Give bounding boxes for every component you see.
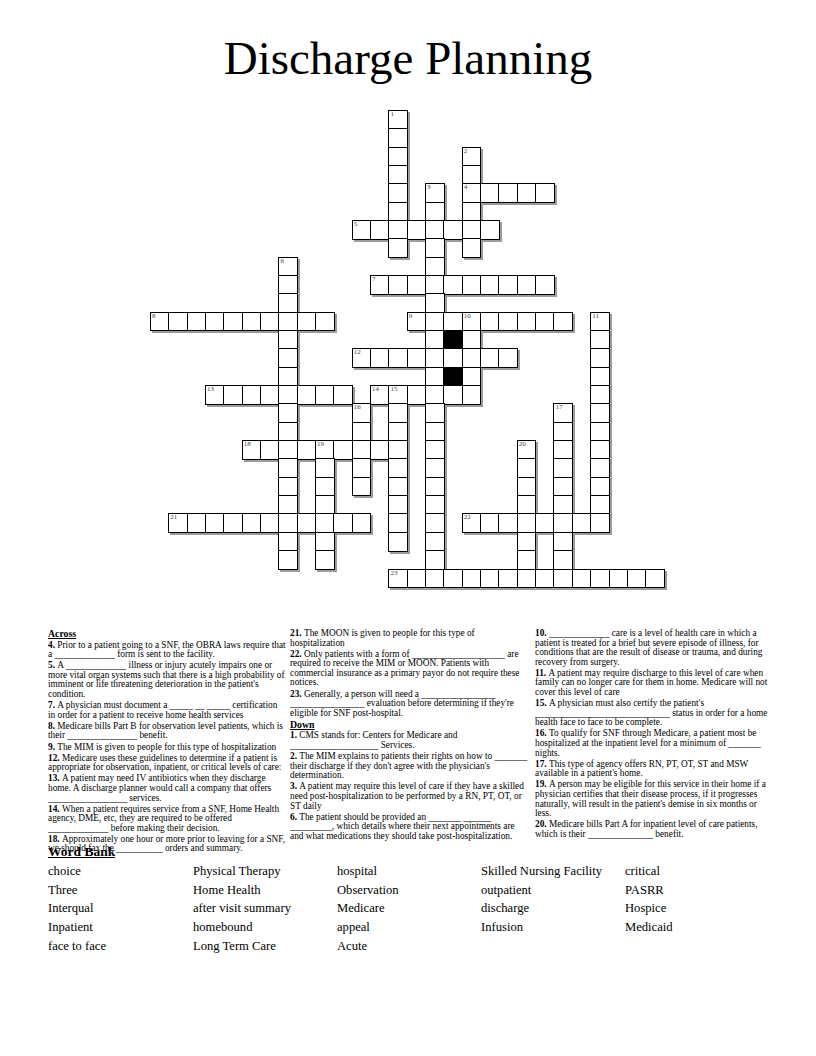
grid-cell[interactable] bbox=[278, 422, 298, 442]
clue-23: 23. Generally, a person will need a ____… bbox=[290, 690, 528, 719]
grid-cell[interactable] bbox=[517, 532, 537, 552]
grid-cell[interactable] bbox=[590, 495, 610, 515]
grid-cell[interactable] bbox=[462, 202, 482, 222]
grid-cell[interactable] bbox=[278, 293, 298, 313]
grid-cell[interactable] bbox=[590, 513, 610, 533]
grid-cell[interactable] bbox=[590, 367, 610, 387]
grid-cell[interactable]: 17 bbox=[553, 403, 573, 423]
grid-cell[interactable] bbox=[223, 513, 243, 533]
clue-5: 5. A _____________ illness or injury acu… bbox=[48, 661, 286, 699]
grid-cell[interactable] bbox=[480, 312, 500, 332]
clue-number-label: 5 bbox=[354, 220, 358, 228]
grid-cell[interactable] bbox=[553, 477, 573, 497]
clue-17: 17. This type of agency offers RN, PT, O… bbox=[535, 760, 773, 779]
grid-cell[interactable] bbox=[480, 220, 500, 240]
grid-cell[interactable] bbox=[553, 495, 573, 515]
clue-22: 22. Only patients with a form of _______… bbox=[290, 650, 528, 688]
down-header: Down bbox=[290, 720, 528, 730]
grid-cell[interactable] bbox=[425, 348, 445, 368]
black-cell bbox=[443, 367, 463, 387]
word-bank-word: Skilled Nursing Facility bbox=[481, 862, 625, 881]
grid-cell[interactable] bbox=[168, 312, 188, 332]
grid-cell[interactable] bbox=[388, 422, 408, 442]
clue-15: 15. A physician must also certify the pa… bbox=[535, 699, 773, 728]
grid-cell[interactable] bbox=[517, 495, 537, 515]
grid-cell[interactable] bbox=[278, 403, 298, 423]
clue-9: 9. The MIM is given to people for this t… bbox=[48, 743, 286, 753]
grid-cell[interactable] bbox=[425, 367, 445, 387]
clue-3: 3. A patient may require this level of c… bbox=[290, 782, 528, 811]
grid-cell[interactable] bbox=[553, 422, 573, 442]
grid-cell[interactable] bbox=[498, 183, 518, 203]
grid-cell[interactable] bbox=[480, 513, 500, 533]
grid-cell[interactable] bbox=[297, 513, 317, 533]
grid-cell[interactable] bbox=[407, 569, 427, 589]
clue-number-label: 1 bbox=[390, 110, 394, 118]
clue-10: 10. _____________ care is a level of hea… bbox=[535, 629, 773, 667]
grid-cell[interactable] bbox=[388, 147, 408, 167]
grid-cell[interactable] bbox=[498, 275, 518, 295]
grid-cell[interactable]: 20 bbox=[517, 440, 537, 460]
clue-number-label: 11 bbox=[592, 312, 599, 320]
grid-cell[interactable]: 7 bbox=[370, 275, 390, 295]
grid-cell[interactable] bbox=[425, 257, 445, 277]
grid-cell[interactable] bbox=[223, 385, 243, 405]
clue-number-label: 2 bbox=[464, 147, 468, 155]
grid-cell[interactable]: 21 bbox=[168, 513, 188, 533]
grid-cell[interactable] bbox=[517, 458, 537, 478]
grid-cell[interactable] bbox=[425, 422, 445, 442]
grid-cell[interactable] bbox=[407, 385, 427, 405]
grid-cell[interactable] bbox=[315, 477, 335, 497]
page: { "title": "Discharge Planning", "game":… bbox=[0, 0, 816, 1056]
grid-cell[interactable] bbox=[315, 495, 335, 515]
grid-cell[interactable] bbox=[278, 458, 298, 478]
grid-cell[interactable] bbox=[388, 202, 408, 222]
grid-cell[interactable] bbox=[462, 330, 482, 350]
grid-cell[interactable] bbox=[388, 183, 408, 203]
grid-cell[interactable] bbox=[278, 440, 298, 460]
grid-cell[interactable]: 11 bbox=[590, 312, 610, 332]
grid-cell[interactable] bbox=[407, 348, 427, 368]
grid-cell[interactable] bbox=[370, 220, 390, 240]
grid-cell[interactable] bbox=[498, 348, 518, 368]
word-bank-column: hospitalObservationMedicareappealAcute bbox=[337, 862, 481, 955]
word-bank-word: Three bbox=[48, 881, 193, 900]
grid-cell[interactable] bbox=[388, 477, 408, 497]
grid-cell[interactable]: 6 bbox=[278, 257, 298, 277]
grid-cell[interactable] bbox=[297, 440, 317, 460]
grid-cell[interactable] bbox=[333, 513, 353, 533]
grid-cell[interactable] bbox=[517, 513, 537, 533]
grid-cell[interactable] bbox=[590, 477, 610, 497]
word-bank-word: Interqual bbox=[48, 899, 193, 918]
word-bank-word: choice bbox=[48, 862, 193, 881]
grid-cell[interactable] bbox=[590, 403, 610, 423]
clue-6: 6. The patient should be provided an ___… bbox=[290, 813, 528, 842]
grid-cell[interactable] bbox=[315, 513, 335, 533]
grid-cell[interactable]: 5 bbox=[352, 220, 372, 240]
grid-cell[interactable] bbox=[425, 330, 445, 350]
grid-cell[interactable] bbox=[370, 440, 390, 460]
black-cell bbox=[443, 330, 463, 350]
clue-13: 13. A patient may need IV antibiotics wh… bbox=[48, 774, 286, 803]
clue-12: 12. Medicare uses these guidelines to de… bbox=[48, 754, 286, 773]
grid-cell[interactable]: 2 bbox=[462, 147, 482, 167]
clue-number-label: 20 bbox=[519, 440, 526, 448]
word-bank-word: face to face bbox=[48, 937, 193, 956]
grid-cell[interactable] bbox=[388, 495, 408, 515]
word-bank-word: Acute bbox=[337, 937, 481, 956]
grid-cell[interactable] bbox=[187, 312, 207, 332]
grid-cell[interactable] bbox=[462, 238, 482, 258]
grid-cell[interactable] bbox=[535, 183, 555, 203]
word-bank-word: Hospice bbox=[625, 899, 673, 918]
grid-cell[interactable] bbox=[278, 348, 298, 368]
grid-cell[interactable] bbox=[297, 385, 317, 405]
grid-cell[interactable]: 12 bbox=[352, 348, 372, 368]
grid-cell[interactable] bbox=[388, 275, 408, 295]
grid-cell[interactable] bbox=[425, 238, 445, 258]
clue-20: 20. Medicare bills Part A for inpatient … bbox=[535, 820, 773, 839]
grid-cell[interactable] bbox=[590, 422, 610, 442]
clue-column-3: 10. _____________ care is a level of hea… bbox=[535, 629, 773, 841]
grid-cell[interactable] bbox=[535, 569, 555, 589]
clue-16: 16. To qualify for SNF through Medicare,… bbox=[535, 729, 773, 758]
grid-cell[interactable] bbox=[443, 385, 463, 405]
grid-cell[interactable] bbox=[462, 220, 482, 240]
clue-column-2: 21. The MOON is given to people for this… bbox=[290, 629, 528, 843]
word-bank-word: critical bbox=[625, 862, 673, 881]
grid-cell[interactable] bbox=[425, 293, 445, 313]
grid-cell[interactable] bbox=[498, 312, 518, 332]
across-header: Across bbox=[48, 629, 286, 639]
grid-cell[interactable] bbox=[480, 275, 500, 295]
grid-cell[interactable] bbox=[480, 183, 500, 203]
grid-cell[interactable]: 4 bbox=[462, 183, 482, 203]
grid-cell[interactable] bbox=[498, 513, 518, 533]
grid-cell[interactable] bbox=[315, 312, 335, 332]
grid-cell[interactable] bbox=[187, 513, 207, 533]
clue-number-label: 7 bbox=[372, 275, 376, 283]
grid-cell[interactable] bbox=[535, 513, 555, 533]
grid-cell[interactable] bbox=[553, 569, 573, 589]
grid-cell[interactable] bbox=[278, 495, 298, 515]
grid-cell[interactable] bbox=[242, 312, 262, 332]
grid-cell[interactable]: 3 bbox=[425, 183, 445, 203]
grid-cell[interactable] bbox=[553, 458, 573, 478]
grid-cell[interactable] bbox=[425, 458, 445, 478]
word-bank-column: Physical TherapyHome Healthafter visit s… bbox=[193, 862, 337, 955]
clue-number-label: 12 bbox=[354, 348, 361, 356]
grid-cell[interactable] bbox=[388, 165, 408, 185]
grid-cell[interactable] bbox=[590, 458, 610, 478]
clue-11: 11. A patient may require discharge to t… bbox=[535, 669, 773, 698]
grid-cell[interactable] bbox=[627, 569, 647, 589]
grid-cell[interactable] bbox=[278, 275, 298, 295]
grid-cell[interactable] bbox=[425, 569, 445, 589]
grid-cell[interactable] bbox=[260, 385, 280, 405]
clue-number-label: 8 bbox=[152, 312, 156, 320]
grid-cell[interactable] bbox=[388, 220, 408, 240]
grid-cell[interactable] bbox=[297, 312, 317, 332]
grid-cell[interactable] bbox=[443, 312, 463, 332]
grid-cell[interactable] bbox=[425, 385, 445, 405]
clue-number-label: 9 bbox=[409, 312, 413, 320]
word-bank-word: outpatient bbox=[481, 881, 625, 900]
grid-cell[interactable] bbox=[425, 275, 445, 295]
clue-7: 7. A physician must document a _____ __ … bbox=[48, 701, 286, 720]
clue-number-label: 6 bbox=[280, 257, 284, 265]
clue-number-label: 19 bbox=[317, 440, 324, 448]
word-bank-word: Medicare bbox=[337, 899, 481, 918]
word-bank-word: PASRR bbox=[625, 881, 673, 900]
grid-cell[interactable] bbox=[425, 477, 445, 497]
grid-cell[interactable] bbox=[388, 532, 408, 552]
grid-cell[interactable] bbox=[498, 569, 518, 589]
grid-cell[interactable] bbox=[480, 569, 500, 589]
grid-cell[interactable] bbox=[645, 569, 665, 589]
grid-cell[interactable] bbox=[590, 385, 610, 405]
grid-cell[interactable] bbox=[425, 513, 445, 533]
grid-cell[interactable] bbox=[590, 440, 610, 460]
grid-cell[interactable] bbox=[517, 477, 537, 497]
grid-cell[interactable] bbox=[260, 440, 280, 460]
grid-cell[interactable] bbox=[590, 330, 610, 350]
word-bank-column: choiceThreeInterqualInpatientface to fac… bbox=[48, 862, 193, 955]
clue-number-label: 22 bbox=[464, 513, 471, 521]
grid-cell[interactable] bbox=[278, 330, 298, 350]
grid-cell[interactable]: 10 bbox=[462, 312, 482, 332]
grid-cell[interactable]: 15 bbox=[388, 385, 408, 405]
grid-cell[interactable] bbox=[352, 458, 372, 478]
grid-cell[interactable] bbox=[517, 183, 537, 203]
grid-cell[interactable] bbox=[553, 513, 573, 533]
grid-cell[interactable] bbox=[535, 312, 555, 332]
grid-cell[interactable]: 13 bbox=[205, 385, 225, 405]
grid-cell[interactable] bbox=[425, 532, 445, 552]
clue-19: 19. A person may be eligible for this se… bbox=[535, 780, 773, 818]
grid-cell[interactable]: 16 bbox=[352, 403, 372, 423]
word-bank-word: appeal bbox=[337, 918, 481, 937]
grid-cell[interactable] bbox=[388, 128, 408, 148]
word-bank-columns: choiceThreeInterqualInpatientface to fac… bbox=[48, 862, 788, 955]
grid-cell[interactable] bbox=[388, 348, 408, 368]
grid-cell[interactable] bbox=[425, 312, 445, 332]
clue-8: 8. Medicare bills Part B for observation… bbox=[48, 722, 286, 741]
grid-cell[interactable]: 19 bbox=[315, 440, 335, 460]
grid-cell[interactable] bbox=[425, 440, 445, 460]
word-bank-word: discharge bbox=[481, 899, 625, 918]
word-bank-column: criticalPASRRHospiceMedicaid bbox=[625, 862, 673, 955]
clue-column-1: Across4. Prior to a patient going to a S… bbox=[48, 629, 286, 856]
grid-cell[interactable] bbox=[260, 513, 280, 533]
grid-cell[interactable] bbox=[388, 403, 408, 423]
clue-14: 14. When a patient requires service from… bbox=[48, 805, 286, 834]
word-bank-word: Medicaid bbox=[625, 918, 673, 937]
grid-cell[interactable] bbox=[260, 312, 280, 332]
grid-cell[interactable] bbox=[315, 550, 335, 570]
grid-cell[interactable] bbox=[572, 569, 592, 589]
grid-cell[interactable] bbox=[443, 220, 463, 240]
grid-cell[interactable] bbox=[462, 367, 482, 387]
grid-cell[interactable] bbox=[517, 312, 537, 332]
grid-cell[interactable] bbox=[443, 275, 463, 295]
grid-cell[interactable] bbox=[590, 348, 610, 368]
grid-cell[interactable]: 22 bbox=[462, 513, 482, 533]
grid-cell[interactable] bbox=[553, 440, 573, 460]
grid-cell[interactable] bbox=[407, 220, 427, 240]
grid-cell[interactable] bbox=[278, 532, 298, 552]
clue-number-label: 13 bbox=[207, 385, 214, 393]
word-bank-word: Long Term Care bbox=[193, 937, 337, 956]
grid-cell[interactable] bbox=[278, 477, 298, 497]
clue-number-label: 17 bbox=[555, 403, 562, 411]
grid-cell[interactable] bbox=[590, 569, 610, 589]
clue-number-label: 4 bbox=[464, 183, 468, 191]
clue-2: 2. The MIM explains to patients their ri… bbox=[290, 752, 528, 781]
clue-21: 21. The MOON is given to people for this… bbox=[290, 629, 528, 648]
word-bank-column: Skilled Nursing Facilityoutpatientdischa… bbox=[481, 862, 625, 955]
clue-number-label: 21 bbox=[170, 513, 177, 521]
word-bank-word: Infusion bbox=[481, 918, 625, 937]
grid-cell[interactable] bbox=[333, 440, 353, 460]
grid-cell[interactable] bbox=[517, 569, 537, 589]
grid-cell[interactable] bbox=[443, 348, 463, 368]
grid-cell[interactable] bbox=[278, 385, 298, 405]
grid-cell[interactable] bbox=[370, 348, 390, 368]
grid-cell[interactable] bbox=[352, 422, 372, 442]
grid-cell[interactable] bbox=[462, 385, 482, 405]
grid-cell[interactable] bbox=[388, 440, 408, 460]
grid-cell[interactable] bbox=[443, 569, 463, 589]
clue-number-label: 10 bbox=[464, 312, 471, 320]
crossword-grid: 1234567891011121314151617181920212223 bbox=[150, 110, 665, 589]
grid-cell[interactable] bbox=[315, 532, 335, 552]
grid-cell[interactable] bbox=[553, 532, 573, 552]
grid-cell[interactable] bbox=[462, 165, 482, 185]
grid-cell[interactable]: 8 bbox=[150, 312, 170, 332]
word-bank-word: after visit summary bbox=[193, 899, 337, 918]
grid-cell[interactable] bbox=[517, 275, 537, 295]
clue-number-label: 23 bbox=[390, 569, 397, 577]
clue-4: 4. Prior to a patient going to a SNF, th… bbox=[48, 641, 286, 660]
clue-number-label: 18 bbox=[244, 440, 251, 448]
grid-cell[interactable] bbox=[480, 348, 500, 368]
grid-cell[interactable] bbox=[205, 312, 225, 332]
grid-cell[interactable] bbox=[278, 550, 298, 570]
word-bank-word: Observation bbox=[337, 881, 481, 900]
grid-cell[interactable] bbox=[517, 550, 537, 570]
grid-cell[interactable] bbox=[352, 440, 372, 460]
grid-cell[interactable] bbox=[535, 275, 555, 295]
grid-cell[interactable] bbox=[425, 495, 445, 515]
grid-cell[interactable] bbox=[333, 385, 353, 405]
word-bank-word: Inpatient bbox=[48, 918, 193, 937]
grid-cell[interactable]: 23 bbox=[388, 569, 408, 589]
grid-cell[interactable] bbox=[462, 569, 482, 589]
grid-cell[interactable] bbox=[572, 513, 592, 533]
grid-cell[interactable] bbox=[242, 513, 262, 533]
grid-cell[interactable] bbox=[425, 403, 445, 423]
grid-cell[interactable] bbox=[388, 513, 408, 533]
grid-cell[interactable] bbox=[553, 550, 573, 570]
word-bank-header: Word Bank bbox=[48, 844, 115, 860]
grid-cell[interactable] bbox=[425, 202, 445, 222]
grid-cell[interactable] bbox=[205, 513, 225, 533]
grid-cell[interactable] bbox=[223, 312, 243, 332]
grid-cell[interactable] bbox=[609, 569, 629, 589]
word-bank-word: Physical Therapy bbox=[193, 862, 337, 881]
word-bank-word: hospital bbox=[337, 862, 481, 881]
clue-number-label: 14 bbox=[372, 385, 379, 393]
grid-cell[interactable]: 1 bbox=[388, 110, 408, 130]
word-bank-word: Home Health bbox=[193, 881, 337, 900]
grid-cell[interactable]: 9 bbox=[407, 312, 427, 332]
grid-cell[interactable] bbox=[352, 513, 372, 533]
grid-cell[interactable] bbox=[315, 385, 335, 405]
grid-cell[interactable] bbox=[388, 458, 408, 478]
grid-cell[interactable] bbox=[425, 220, 445, 240]
grid-cell[interactable]: 18 bbox=[242, 440, 262, 460]
grid-cell[interactable] bbox=[462, 275, 482, 295]
clue-1: 1. CMS stands for: Centers for Medicare … bbox=[290, 731, 528, 750]
word-bank-word: homebound bbox=[193, 918, 337, 937]
grid-cell[interactable] bbox=[315, 458, 335, 478]
clue-number-label: 3 bbox=[427, 183, 431, 191]
page-title: Discharge Planning bbox=[0, 30, 816, 86]
grid-cell[interactable] bbox=[352, 477, 372, 497]
clue-number-label: 15 bbox=[390, 385, 397, 393]
grid-cell[interactable] bbox=[425, 550, 445, 570]
grid-cell[interactable]: 14 bbox=[370, 385, 390, 405]
grid-cell[interactable] bbox=[407, 275, 427, 295]
grid-cell[interactable] bbox=[553, 312, 573, 332]
grid-cell[interactable] bbox=[278, 367, 298, 387]
grid-cell[interactable] bbox=[278, 513, 298, 533]
grid-cell[interactable] bbox=[242, 385, 262, 405]
grid-cell[interactable] bbox=[388, 238, 408, 258]
grid-cell[interactable] bbox=[462, 348, 482, 368]
grid-cell[interactable] bbox=[278, 312, 298, 332]
clue-number-label: 16 bbox=[354, 403, 361, 411]
